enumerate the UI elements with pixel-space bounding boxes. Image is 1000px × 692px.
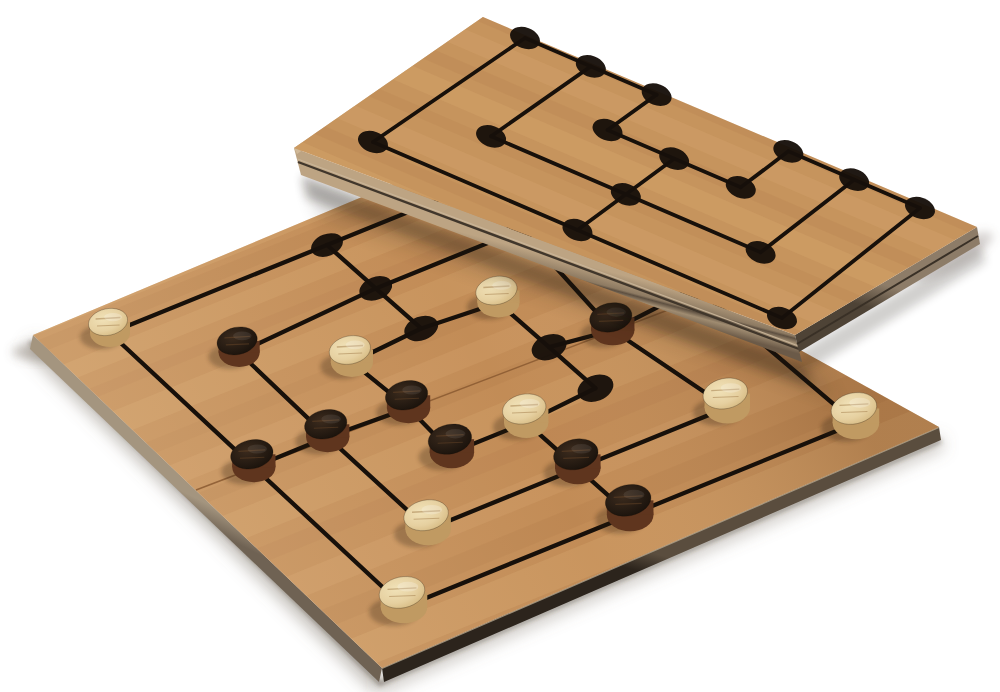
piece-highlight bbox=[721, 383, 741, 393]
piece-highlight bbox=[849, 398, 870, 408]
piece-highlight bbox=[248, 444, 267, 453]
piece-highlight bbox=[346, 340, 365, 349]
piece-highlight bbox=[402, 385, 421, 394]
piece-highlight bbox=[104, 313, 122, 321]
mill-game-scene bbox=[0, 0, 1000, 692]
piece-highlight bbox=[571, 444, 591, 454]
piece-highlight bbox=[397, 582, 418, 592]
piece-highlight bbox=[422, 505, 442, 515]
product-photo-scene bbox=[0, 0, 1000, 692]
piece-highlight bbox=[233, 332, 251, 341]
piece-highlight bbox=[624, 490, 645, 500]
piece-highlight bbox=[445, 429, 465, 438]
piece-highlight bbox=[520, 399, 540, 408]
piece-highlight bbox=[321, 414, 340, 423]
